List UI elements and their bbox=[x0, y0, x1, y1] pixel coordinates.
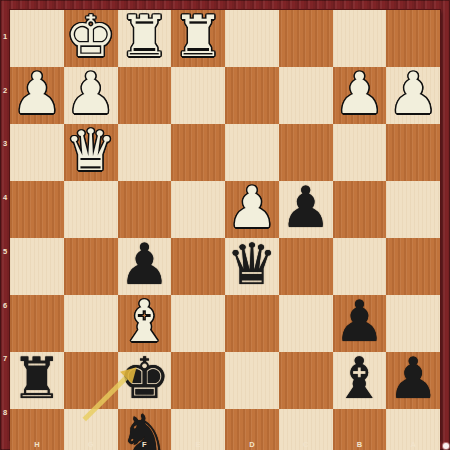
file-label-g: G bbox=[81, 440, 101, 450]
square-f3[interactable] bbox=[118, 124, 172, 181]
square-e5[interactable] bbox=[171, 238, 225, 295]
square-f1[interactable]: ♜ bbox=[118, 10, 172, 67]
white-king[interactable]: ♚ bbox=[65, 8, 116, 65]
square-h6[interactable] bbox=[10, 295, 64, 352]
rank-label-2: 2 bbox=[0, 86, 10, 96]
square-c7[interactable] bbox=[279, 352, 333, 409]
square-g6[interactable] bbox=[64, 295, 118, 352]
white-pawn[interactable]: ♟ bbox=[65, 65, 116, 122]
white-pawn[interactable]: ♟ bbox=[226, 179, 277, 236]
black-queen[interactable]: ♛ bbox=[226, 236, 277, 293]
rank-label-1: 1 bbox=[0, 32, 10, 42]
file-label-a: A bbox=[403, 440, 423, 450]
square-d3[interactable] bbox=[225, 124, 279, 181]
chess-board: ♚♜♜♟♟♟♟♛♟♟♟♛♝♟♜♚♝♟♞ bbox=[10, 10, 440, 440]
square-d6[interactable] bbox=[225, 295, 279, 352]
square-h1[interactable] bbox=[10, 10, 64, 67]
square-a4[interactable] bbox=[386, 181, 440, 238]
square-g3[interactable]: ♛ bbox=[64, 124, 118, 181]
square-a5[interactable] bbox=[386, 238, 440, 295]
square-d5[interactable]: ♛ bbox=[225, 238, 279, 295]
square-a7[interactable]: ♟ bbox=[386, 352, 440, 409]
square-h7[interactable]: ♜ bbox=[10, 352, 64, 409]
square-d2[interactable] bbox=[225, 67, 279, 124]
square-b3[interactable] bbox=[333, 124, 387, 181]
square-g1[interactable]: ♚ bbox=[64, 10, 118, 67]
square-a1[interactable] bbox=[386, 10, 440, 67]
square-a3[interactable] bbox=[386, 124, 440, 181]
square-b4[interactable] bbox=[333, 181, 387, 238]
square-c4[interactable]: ♟ bbox=[279, 181, 333, 238]
board-frame: ♚♜♜♟♟♟♟♛♟♟♟♛♝♟♜♚♝♟♞ 12345678 HGFEDCBA bbox=[0, 0, 450, 450]
square-d7[interactable] bbox=[225, 352, 279, 409]
file-label-e: E bbox=[188, 440, 208, 450]
square-h3[interactable] bbox=[10, 124, 64, 181]
black-king[interactable]: ♚ bbox=[119, 350, 170, 407]
square-f7[interactable]: ♚ bbox=[118, 352, 172, 409]
square-c6[interactable] bbox=[279, 295, 333, 352]
square-g5[interactable] bbox=[64, 238, 118, 295]
square-f4[interactable] bbox=[118, 181, 172, 238]
black-pawn[interactable]: ♟ bbox=[334, 293, 385, 350]
rank-labels: 12345678 bbox=[0, 10, 10, 440]
white-pawn[interactable]: ♟ bbox=[334, 65, 385, 122]
square-e3[interactable] bbox=[171, 124, 225, 181]
square-h4[interactable] bbox=[10, 181, 64, 238]
black-pawn[interactable]: ♟ bbox=[119, 236, 170, 293]
file-label-d: D bbox=[242, 440, 262, 450]
square-b1[interactable] bbox=[333, 10, 387, 67]
square-c3[interactable] bbox=[279, 124, 333, 181]
file-labels: HGFEDCBA bbox=[10, 440, 440, 450]
square-b2[interactable]: ♟ bbox=[333, 67, 387, 124]
black-pawn[interactable]: ♟ bbox=[280, 179, 331, 236]
square-c5[interactable] bbox=[279, 238, 333, 295]
square-h2[interactable]: ♟ bbox=[10, 67, 64, 124]
rank-label-4: 4 bbox=[0, 193, 10, 203]
black-bishop[interactable]: ♝ bbox=[334, 350, 385, 407]
square-c2[interactable] bbox=[279, 67, 333, 124]
square-f2[interactable] bbox=[118, 67, 172, 124]
black-rook[interactable]: ♜ bbox=[11, 350, 62, 407]
file-label-b: B bbox=[349, 440, 369, 450]
square-b5[interactable] bbox=[333, 238, 387, 295]
rank-label-7: 7 bbox=[0, 354, 10, 364]
square-e4[interactable] bbox=[171, 181, 225, 238]
square-e2[interactable] bbox=[171, 67, 225, 124]
square-c1[interactable] bbox=[279, 10, 333, 67]
square-f6[interactable]: ♝ bbox=[118, 295, 172, 352]
black-pawn[interactable]: ♟ bbox=[388, 350, 439, 407]
square-e6[interactable] bbox=[171, 295, 225, 352]
square-d4[interactable]: ♟ bbox=[225, 181, 279, 238]
rank-label-8: 8 bbox=[0, 408, 10, 418]
rank-label-5: 5 bbox=[0, 247, 10, 257]
square-g7[interactable] bbox=[64, 352, 118, 409]
file-label-h: H bbox=[27, 440, 47, 450]
side-to-move-indicator bbox=[443, 443, 449, 449]
rank-label-3: 3 bbox=[0, 139, 10, 149]
square-b7[interactable]: ♝ bbox=[333, 352, 387, 409]
file-label-f: F bbox=[134, 440, 154, 450]
file-label-c: C bbox=[296, 440, 316, 450]
square-e7[interactable] bbox=[171, 352, 225, 409]
square-a6[interactable] bbox=[386, 295, 440, 352]
white-pawn[interactable]: ♟ bbox=[388, 65, 439, 122]
rank-label-6: 6 bbox=[0, 301, 10, 311]
white-rook[interactable]: ♜ bbox=[173, 8, 224, 65]
square-b6[interactable]: ♟ bbox=[333, 295, 387, 352]
white-pawn[interactable]: ♟ bbox=[11, 65, 62, 122]
white-queen[interactable]: ♛ bbox=[65, 122, 116, 179]
square-g4[interactable] bbox=[64, 181, 118, 238]
square-g2[interactable]: ♟ bbox=[64, 67, 118, 124]
white-rook[interactable]: ♜ bbox=[119, 8, 170, 65]
square-f5[interactable]: ♟ bbox=[118, 238, 172, 295]
square-h5[interactable] bbox=[10, 238, 64, 295]
square-e1[interactable]: ♜ bbox=[171, 10, 225, 67]
white-bishop[interactable]: ♝ bbox=[119, 293, 170, 350]
square-a2[interactable]: ♟ bbox=[386, 67, 440, 124]
square-d1[interactable] bbox=[225, 10, 279, 67]
